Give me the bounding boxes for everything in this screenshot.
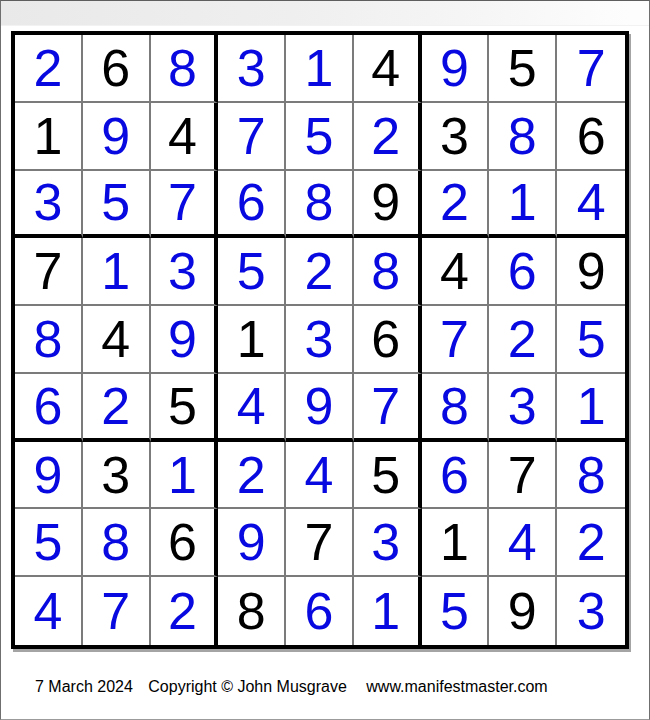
cell-r9c9[interactable]: 3 — [557, 577, 625, 645]
cell-r1c6[interactable]: 4 — [354, 35, 422, 103]
cell-r4c8[interactable]: 6 — [489, 238, 557, 306]
cell-r4c3[interactable]: 3 — [151, 238, 219, 306]
cell-r2c4[interactable]: 7 — [218, 103, 286, 171]
cell-r7c9[interactable]: 8 — [557, 442, 625, 510]
cell-r1c9[interactable]: 7 — [557, 35, 625, 103]
cell-r2c6[interactable]: 2 — [354, 103, 422, 171]
page: 2683149571947523863576892147135284698491… — [0, 0, 650, 720]
cell-r5c5[interactable]: 3 — [286, 306, 354, 374]
cell-r3c2[interactable]: 5 — [83, 171, 151, 239]
cell-r9c5[interactable]: 6 — [286, 577, 354, 645]
cell-r1c8[interactable]: 5 — [489, 35, 557, 103]
cell-r9c8[interactable]: 9 — [489, 577, 557, 645]
cell-r8c3[interactable]: 6 — [151, 509, 219, 577]
cell-r7c1[interactable]: 9 — [15, 442, 83, 510]
cell-r3c5[interactable]: 8 — [286, 171, 354, 239]
cell-r7c8[interactable]: 7 — [489, 442, 557, 510]
cell-r9c7[interactable]: 5 — [422, 577, 490, 645]
cell-r1c1[interactable]: 2 — [15, 35, 83, 103]
cell-r1c5[interactable]: 1 — [286, 35, 354, 103]
cell-r8c8[interactable]: 4 — [489, 509, 557, 577]
cell-r4c2[interactable]: 1 — [83, 238, 151, 306]
header-bar — [1, 1, 649, 26]
cell-r5c9[interactable]: 5 — [557, 306, 625, 374]
cell-r8c7[interactable]: 1 — [422, 509, 490, 577]
footer: 7 March 2024 Copyright © John Musgrave w… — [35, 678, 548, 696]
cell-r6c6[interactable]: 7 — [354, 374, 422, 442]
cell-r9c4[interactable]: 8 — [218, 577, 286, 645]
cell-r5c7[interactable]: 7 — [422, 306, 490, 374]
cell-r3c1[interactable]: 3 — [15, 171, 83, 239]
cell-r1c2[interactable]: 6 — [83, 35, 151, 103]
cell-r6c1[interactable]: 6 — [15, 374, 83, 442]
cell-r8c9[interactable]: 2 — [557, 509, 625, 577]
cell-r9c1[interactable]: 4 — [15, 577, 83, 645]
cell-r6c4[interactable]: 4 — [218, 374, 286, 442]
cell-r2c1[interactable]: 1 — [15, 103, 83, 171]
cell-r3c9[interactable]: 4 — [557, 171, 625, 239]
cell-r8c4[interactable]: 9 — [218, 509, 286, 577]
cell-r8c5[interactable]: 7 — [286, 509, 354, 577]
cell-r9c3[interactable]: 2 — [151, 577, 219, 645]
cell-r6c9[interactable]: 1 — [557, 374, 625, 442]
cell-r7c2[interactable]: 3 — [83, 442, 151, 510]
cell-r7c7[interactable]: 6 — [422, 442, 490, 510]
website-text: www.manifestmaster.com — [366, 678, 547, 696]
cell-r2c5[interactable]: 5 — [286, 103, 354, 171]
cell-r1c7[interactable]: 9 — [422, 35, 490, 103]
cell-r5c6[interactable]: 6 — [354, 306, 422, 374]
cell-r9c2[interactable]: 7 — [83, 577, 151, 645]
cell-r3c3[interactable]: 7 — [151, 171, 219, 239]
cell-r5c4[interactable]: 1 — [218, 306, 286, 374]
cell-r5c8[interactable]: 2 — [489, 306, 557, 374]
cell-r3c6[interactable]: 9 — [354, 171, 422, 239]
cell-r7c5[interactable]: 4 — [286, 442, 354, 510]
cell-r2c2[interactable]: 9 — [83, 103, 151, 171]
cell-r1c4[interactable]: 3 — [218, 35, 286, 103]
cell-r2c8[interactable]: 8 — [489, 103, 557, 171]
cell-r9c6[interactable]: 1 — [354, 577, 422, 645]
cell-r8c2[interactable]: 8 — [83, 509, 151, 577]
cell-r2c3[interactable]: 4 — [151, 103, 219, 171]
cell-r4c6[interactable]: 8 — [354, 238, 422, 306]
cell-r2c9[interactable]: 6 — [557, 103, 625, 171]
cell-r6c3[interactable]: 5 — [151, 374, 219, 442]
cell-r3c7[interactable]: 2 — [422, 171, 490, 239]
cell-r4c5[interactable]: 2 — [286, 238, 354, 306]
cell-r5c3[interactable]: 9 — [151, 306, 219, 374]
cell-r5c1[interactable]: 8 — [15, 306, 83, 374]
cell-r4c4[interactable]: 5 — [218, 238, 286, 306]
cell-r7c6[interactable]: 5 — [354, 442, 422, 510]
copyright-text: Copyright © John Musgrave — [148, 678, 347, 696]
cell-r4c9[interactable]: 9 — [557, 238, 625, 306]
cell-r7c3[interactable]: 1 — [151, 442, 219, 510]
cell-r7c4[interactable]: 2 — [218, 442, 286, 510]
cell-r4c7[interactable]: 4 — [422, 238, 490, 306]
sudoku-board: 2683149571947523863576892147135284698491… — [11, 31, 629, 649]
cell-r5c2[interactable]: 4 — [83, 306, 151, 374]
cell-r8c1[interactable]: 5 — [15, 509, 83, 577]
cell-r6c7[interactable]: 8 — [422, 374, 490, 442]
cell-r6c8[interactable]: 3 — [489, 374, 557, 442]
cell-r6c2[interactable]: 2 — [83, 374, 151, 442]
cell-r2c7[interactable]: 3 — [422, 103, 490, 171]
cell-r8c6[interactable]: 3 — [354, 509, 422, 577]
cell-r6c5[interactable]: 9 — [286, 374, 354, 442]
puzzle-date: 7 March 2024 — [35, 678, 133, 696]
cell-r1c3[interactable]: 8 — [151, 35, 219, 103]
cell-r4c1[interactable]: 7 — [15, 238, 83, 306]
cell-r3c8[interactable]: 1 — [489, 171, 557, 239]
cell-r3c4[interactable]: 6 — [218, 171, 286, 239]
